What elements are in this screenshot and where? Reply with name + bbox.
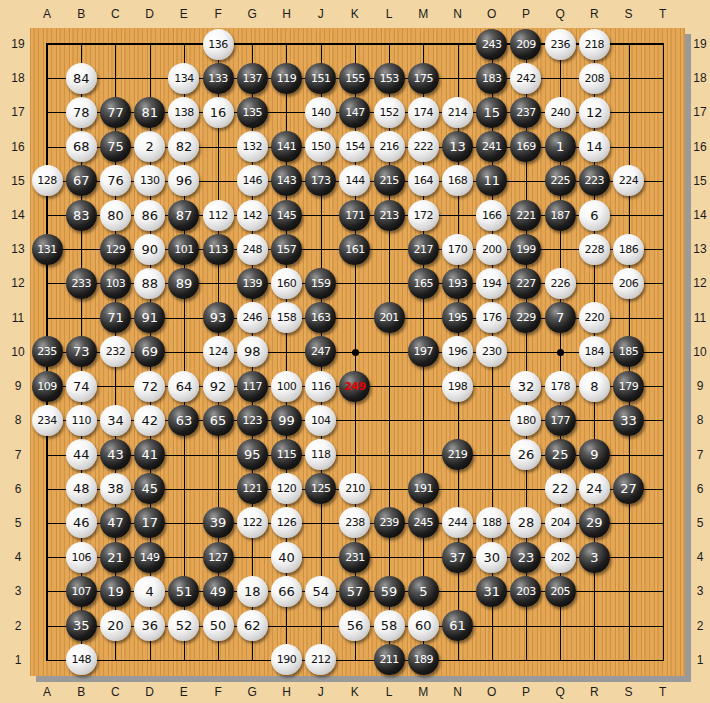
move-number: 153 xyxy=(379,73,399,84)
move-number: 69 xyxy=(141,345,158,358)
black-stone-P3: 203 xyxy=(510,576,541,607)
white-stone-D9: 72 xyxy=(134,371,165,402)
move-number: 65 xyxy=(210,414,227,427)
move-number: 3 xyxy=(590,551,598,564)
bottom-col-label: Q xyxy=(548,685,572,699)
right-row-label: 4 xyxy=(688,550,710,564)
white-stone-F9: 92 xyxy=(203,371,234,402)
black-stone-O19: 243 xyxy=(476,29,507,60)
black-stone-C12: 103 xyxy=(100,268,131,299)
top-col-label: H xyxy=(274,7,298,21)
move-number: 30 xyxy=(483,551,500,564)
bottom-col-label: H xyxy=(274,685,298,699)
move-number: 194 xyxy=(482,278,502,289)
white-stone-A15: 128 xyxy=(32,165,63,196)
black-stone-R15: 223 xyxy=(579,165,610,196)
top-col-label: C xyxy=(103,7,127,21)
bottom-col-label: E xyxy=(172,685,196,699)
move-number: 34 xyxy=(107,414,124,427)
black-stone-M1: 189 xyxy=(408,644,439,675)
move-number: 59 xyxy=(381,585,398,598)
black-stone-A9: 109 xyxy=(32,371,63,402)
black-stone-C17: 77 xyxy=(100,97,131,128)
white-stone-D15: 130 xyxy=(134,165,165,196)
move-number: 100 xyxy=(277,381,297,392)
black-stone-P17: 237 xyxy=(510,97,541,128)
top-col-label: E xyxy=(172,7,196,21)
black-stone-O16: 241 xyxy=(476,131,507,162)
move-number: 174 xyxy=(414,107,434,118)
white-stone-O11: 176 xyxy=(476,302,507,333)
move-number: 154 xyxy=(345,141,365,152)
black-stone-J15: 173 xyxy=(305,165,336,196)
move-number: 44 xyxy=(73,448,90,461)
black-stone-F18: 133 xyxy=(203,63,234,94)
move-number: 190 xyxy=(277,654,297,665)
white-stone-C15: 76 xyxy=(100,165,131,196)
black-stone-E12: 89 xyxy=(168,268,199,299)
move-number: 157 xyxy=(277,244,297,255)
move-number: 72 xyxy=(141,380,158,393)
move-number: 134 xyxy=(174,73,194,84)
right-row-label: 6 xyxy=(688,482,710,496)
move-number: 106 xyxy=(72,552,92,563)
white-stone-C6: 38 xyxy=(100,473,131,504)
move-number: 146 xyxy=(243,175,263,186)
white-stone-C10: 232 xyxy=(100,336,131,367)
move-number: 62 xyxy=(244,619,261,632)
move-number: 195 xyxy=(448,312,468,323)
white-stone-N15: 168 xyxy=(442,165,473,196)
white-stone-G16: 132 xyxy=(237,131,268,162)
move-number: 235 xyxy=(37,346,57,357)
move-number: 19 xyxy=(107,585,124,598)
move-number: 193 xyxy=(448,278,468,289)
move-number: 224 xyxy=(619,175,639,186)
black-stone-C3: 19 xyxy=(100,576,131,607)
black-stone-K9: 249 xyxy=(339,371,370,402)
move-number: 209 xyxy=(516,39,536,50)
right-row-label: 2 xyxy=(688,619,710,633)
white-stone-J8: 104 xyxy=(305,405,336,436)
white-stone-H9: 100 xyxy=(271,371,302,402)
move-number: 200 xyxy=(482,244,502,255)
move-number: 84 xyxy=(73,72,90,85)
move-number: 58 xyxy=(381,619,398,632)
top-col-label: B xyxy=(69,7,93,21)
black-stone-H14: 145 xyxy=(271,200,302,231)
right-row-label: 12 xyxy=(688,276,710,290)
black-stone-C7: 43 xyxy=(100,439,131,470)
black-stone-G12: 139 xyxy=(237,268,268,299)
right-row-label: 8 xyxy=(688,413,710,427)
move-number: 208 xyxy=(585,73,605,84)
move-number: 226 xyxy=(550,278,570,289)
move-number: 243 xyxy=(482,39,502,50)
white-stone-O4: 30 xyxy=(476,542,507,573)
right-row-label: 17 xyxy=(688,105,710,119)
move-number: 47 xyxy=(107,516,124,529)
white-stone-D2: 36 xyxy=(134,610,165,641)
black-stone-F5: 39 xyxy=(203,507,234,538)
black-stone-N16: 13 xyxy=(442,131,473,162)
black-stone-D6: 45 xyxy=(134,473,165,504)
black-stone-Q14: 187 xyxy=(545,200,576,231)
black-stone-H7: 115 xyxy=(271,439,302,470)
white-stone-D12: 88 xyxy=(134,268,165,299)
move-number: 1 xyxy=(556,140,564,153)
black-stone-D7: 41 xyxy=(134,439,165,470)
move-number: 66 xyxy=(278,585,295,598)
top-col-label: J xyxy=(309,7,333,21)
white-stone-C8: 34 xyxy=(100,405,131,436)
move-number: 176 xyxy=(482,312,502,323)
bottom-col-label: F xyxy=(206,685,230,699)
white-stone-R11: 220 xyxy=(579,302,610,333)
black-stone-H8: 99 xyxy=(271,405,302,436)
bottom-col-label: C xyxy=(103,685,127,699)
white-stone-R19: 218 xyxy=(579,29,610,60)
move-number: 56 xyxy=(347,619,364,632)
move-number: 138 xyxy=(174,107,194,118)
move-number: 99 xyxy=(278,414,295,427)
white-stone-H3: 66 xyxy=(271,576,302,607)
move-number: 11 xyxy=(483,174,500,187)
move-number: 12 xyxy=(586,106,603,119)
black-stone-M5: 245 xyxy=(408,507,439,538)
move-number: 80 xyxy=(107,209,124,222)
white-stone-S12: 206 xyxy=(613,268,644,299)
top-col-label: S xyxy=(617,7,641,21)
black-stone-J10: 247 xyxy=(305,336,336,367)
left-row-label: 16 xyxy=(6,140,30,154)
move-number: 92 xyxy=(210,380,227,393)
white-stone-M14: 172 xyxy=(408,200,439,231)
left-row-label: 19 xyxy=(6,37,30,51)
white-stone-M16: 222 xyxy=(408,131,439,162)
left-row-label: 8 xyxy=(6,413,30,427)
right-row-label: 13 xyxy=(688,242,710,256)
move-number: 16 xyxy=(210,106,227,119)
move-number: 231 xyxy=(345,552,365,563)
left-row-label: 1 xyxy=(6,653,30,667)
move-number: 205 xyxy=(550,586,570,597)
black-stone-P14: 221 xyxy=(510,200,541,231)
move-number: 8 xyxy=(590,380,598,393)
left-row-label: 15 xyxy=(6,174,30,188)
black-stone-P16: 169 xyxy=(510,131,541,162)
move-number: 129 xyxy=(106,244,126,255)
black-stone-G9: 117 xyxy=(237,371,268,402)
white-stone-C2: 20 xyxy=(100,610,131,641)
move-number: 2 xyxy=(146,140,154,153)
white-stone-R13: 228 xyxy=(579,234,610,265)
white-stone-L16: 216 xyxy=(374,131,405,162)
black-stone-J12: 159 xyxy=(305,268,336,299)
black-stone-R5: 29 xyxy=(579,507,610,538)
move-number: 126 xyxy=(277,517,297,528)
right-row-label: 7 xyxy=(688,448,710,462)
black-stone-R4: 3 xyxy=(579,542,610,573)
black-stone-E8: 63 xyxy=(168,405,199,436)
black-stone-E13: 101 xyxy=(168,234,199,265)
black-stone-L11: 201 xyxy=(374,302,405,333)
white-stone-Q19: 236 xyxy=(545,29,576,60)
move-number: 74 xyxy=(73,380,90,393)
white-stone-B8: 110 xyxy=(66,405,97,436)
move-number: 158 xyxy=(277,312,297,323)
move-number: 213 xyxy=(379,210,399,221)
white-stone-F14: 112 xyxy=(203,200,234,231)
white-stone-B4: 106 xyxy=(66,542,97,573)
black-stone-N7: 219 xyxy=(442,439,473,470)
black-stone-Q8: 177 xyxy=(545,405,576,436)
move-number: 60 xyxy=(415,619,432,632)
move-number: 148 xyxy=(72,654,92,665)
move-number: 13 xyxy=(449,140,466,153)
move-number: 46 xyxy=(73,516,90,529)
white-stone-P9: 32 xyxy=(510,371,541,402)
move-number: 9 xyxy=(590,448,598,461)
move-number: 159 xyxy=(311,278,331,289)
black-stone-O18: 183 xyxy=(476,63,507,94)
black-stone-B14: 83 xyxy=(66,200,97,231)
move-number: 168 xyxy=(448,175,468,186)
top-col-label: O xyxy=(480,7,504,21)
move-number: 202 xyxy=(550,552,570,563)
move-number: 236 xyxy=(550,39,570,50)
black-stone-F8: 65 xyxy=(203,405,234,436)
move-number: 96 xyxy=(176,174,193,187)
move-number: 120 xyxy=(277,483,297,494)
white-stone-J7: 118 xyxy=(305,439,336,470)
white-stone-B1: 148 xyxy=(66,644,97,675)
move-number: 198 xyxy=(448,381,468,392)
white-stone-G5: 122 xyxy=(237,507,268,538)
white-stone-C14: 80 xyxy=(100,200,131,231)
black-stone-S6: 27 xyxy=(613,473,644,504)
white-stone-N10: 196 xyxy=(442,336,473,367)
white-stone-N5: 244 xyxy=(442,507,473,538)
white-stone-O10: 230 xyxy=(476,336,507,367)
move-number: 87 xyxy=(176,209,193,222)
move-number: 225 xyxy=(550,175,570,186)
black-stone-G8: 123 xyxy=(237,405,268,436)
black-stone-K4: 231 xyxy=(339,542,370,573)
right-row-label: 1 xyxy=(688,653,710,667)
black-stone-C13: 129 xyxy=(100,234,131,265)
black-stone-Q16: 1 xyxy=(545,131,576,162)
white-stone-H4: 40 xyxy=(271,542,302,573)
move-number: 83 xyxy=(73,209,90,222)
top-col-label: D xyxy=(138,7,162,21)
black-stone-E3: 51 xyxy=(168,576,199,607)
move-number: 245 xyxy=(414,517,434,528)
move-number: 121 xyxy=(243,483,263,494)
move-number: 37 xyxy=(449,551,466,564)
black-stone-N2: 61 xyxy=(442,610,473,641)
move-number: 24 xyxy=(586,482,603,495)
move-number: 234 xyxy=(37,415,57,426)
white-stone-G10: 98 xyxy=(237,336,268,367)
black-stone-H13: 157 xyxy=(271,234,302,265)
left-row-label: 17 xyxy=(6,105,30,119)
white-stone-J9: 116 xyxy=(305,371,336,402)
black-stone-G18: 137 xyxy=(237,63,268,94)
move-number: 211 xyxy=(379,654,399,665)
move-number: 127 xyxy=(208,552,228,563)
black-stone-F3: 49 xyxy=(203,576,234,607)
move-number: 147 xyxy=(345,107,365,118)
move-number: 160 xyxy=(277,278,297,289)
white-stone-K16: 154 xyxy=(339,131,370,162)
move-number: 241 xyxy=(482,141,502,152)
black-stone-B3: 107 xyxy=(66,576,97,607)
move-number: 77 xyxy=(107,106,124,119)
move-number: 6 xyxy=(590,209,598,222)
black-stone-N11: 195 xyxy=(442,302,473,333)
white-stone-L2: 58 xyxy=(374,610,405,641)
move-number: 40 xyxy=(278,551,295,564)
white-stone-O14: 166 xyxy=(476,200,507,231)
move-number: 131 xyxy=(37,244,57,255)
black-stone-A10: 235 xyxy=(32,336,63,367)
move-number: 81 xyxy=(141,106,158,119)
black-stone-M3: 5 xyxy=(408,576,439,607)
bottom-col-label: A xyxy=(35,685,59,699)
white-stone-F10: 124 xyxy=(203,336,234,367)
right-row-label: 10 xyxy=(688,345,710,359)
move-number: 219 xyxy=(448,449,468,460)
black-stone-H18: 119 xyxy=(271,63,302,94)
move-number: 151 xyxy=(311,73,331,84)
move-number: 173 xyxy=(311,175,331,186)
black-stone-D10: 69 xyxy=(134,336,165,367)
move-number: 14 xyxy=(586,140,603,153)
white-stone-G11: 246 xyxy=(237,302,268,333)
black-stone-M18: 175 xyxy=(408,63,439,94)
move-number: 68 xyxy=(73,140,90,153)
white-stone-B6: 48 xyxy=(66,473,97,504)
white-stone-H12: 160 xyxy=(271,268,302,299)
top-col-label: G xyxy=(240,7,264,21)
move-number: 39 xyxy=(210,516,227,529)
move-number: 186 xyxy=(619,244,639,255)
left-row-label: 7 xyxy=(6,448,30,462)
right-row-label: 9 xyxy=(688,379,710,393)
white-stone-J17: 140 xyxy=(305,97,336,128)
move-number: 57 xyxy=(347,585,364,598)
white-stone-P5: 28 xyxy=(510,507,541,538)
left-row-label: 13 xyxy=(6,242,30,256)
move-number: 145 xyxy=(277,210,297,221)
black-stone-B12: 233 xyxy=(66,268,97,299)
move-number: 89 xyxy=(176,277,193,290)
bottom-col-label: M xyxy=(411,685,435,699)
black-stone-F13: 113 xyxy=(203,234,234,265)
move-number: 239 xyxy=(379,517,399,528)
move-number: 86 xyxy=(141,209,158,222)
black-stone-D4: 149 xyxy=(134,542,165,573)
white-stone-B5: 46 xyxy=(66,507,97,538)
move-number: 232 xyxy=(106,346,126,357)
white-stone-N17: 214 xyxy=(442,97,473,128)
move-number: 125 xyxy=(311,483,331,494)
move-number: 93 xyxy=(210,311,227,324)
white-stone-G13: 248 xyxy=(237,234,268,265)
top-col-label: P xyxy=(514,7,538,21)
move-number: 191 xyxy=(414,483,434,494)
move-number: 149 xyxy=(140,552,160,563)
move-number: 101 xyxy=(174,244,194,255)
move-number: 217 xyxy=(414,244,434,255)
top-col-label: N xyxy=(446,7,470,21)
white-stone-P18: 242 xyxy=(510,63,541,94)
move-number: 214 xyxy=(448,107,468,118)
move-number: 128 xyxy=(37,175,57,186)
move-number: 189 xyxy=(414,654,434,665)
black-stone-S9: 179 xyxy=(613,371,644,402)
move-number: 171 xyxy=(345,210,365,221)
move-number: 196 xyxy=(448,346,468,357)
black-stone-P19: 209 xyxy=(510,29,541,60)
left-row-label: 14 xyxy=(6,208,30,222)
white-stone-E17: 138 xyxy=(168,97,199,128)
bottom-col-label: K xyxy=(343,685,367,699)
goban[interactable]: 1234567891112131415161718192021222324252… xyxy=(30,28,685,676)
move-number: 52 xyxy=(176,619,193,632)
white-stone-E9: 64 xyxy=(168,371,199,402)
white-stone-O12: 194 xyxy=(476,268,507,299)
move-number: 163 xyxy=(311,312,331,323)
left-row-label: 9 xyxy=(6,379,30,393)
black-stone-H16: 141 xyxy=(271,131,302,162)
black-stone-N12: 193 xyxy=(442,268,473,299)
black-stone-F4: 127 xyxy=(203,542,234,573)
move-number: 212 xyxy=(311,654,331,665)
black-stone-A13: 131 xyxy=(32,234,63,265)
white-stone-D8: 42 xyxy=(134,405,165,436)
right-row-label: 11 xyxy=(688,311,710,325)
black-stone-B10: 73 xyxy=(66,336,97,367)
move-number: 137 xyxy=(243,73,263,84)
black-stone-C16: 75 xyxy=(100,131,131,162)
black-stone-D5: 17 xyxy=(134,507,165,538)
move-number: 95 xyxy=(244,448,261,461)
move-number: 22 xyxy=(552,482,569,495)
move-number: 18 xyxy=(244,585,261,598)
move-number: 180 xyxy=(516,415,536,426)
white-stone-J1: 212 xyxy=(305,644,336,675)
go-diagram: 1234567891112131415161718192021222324252… xyxy=(0,0,710,703)
white-stone-M17: 174 xyxy=(408,97,439,128)
bottom-col-label: D xyxy=(138,685,162,699)
move-number: 240 xyxy=(550,107,570,118)
move-number: 227 xyxy=(516,278,536,289)
move-number: 115 xyxy=(277,449,297,460)
white-stone-R10: 184 xyxy=(579,336,610,367)
white-stone-G14: 142 xyxy=(237,200,268,231)
move-number: 71 xyxy=(107,311,124,324)
white-stone-B7: 44 xyxy=(66,439,97,470)
top-col-label: M xyxy=(411,7,435,21)
move-number: 25 xyxy=(552,448,569,461)
move-number: 41 xyxy=(141,448,158,461)
move-number: 155 xyxy=(345,73,365,84)
move-number: 133 xyxy=(208,73,228,84)
move-number: 35 xyxy=(73,619,90,632)
move-number: 64 xyxy=(176,380,193,393)
